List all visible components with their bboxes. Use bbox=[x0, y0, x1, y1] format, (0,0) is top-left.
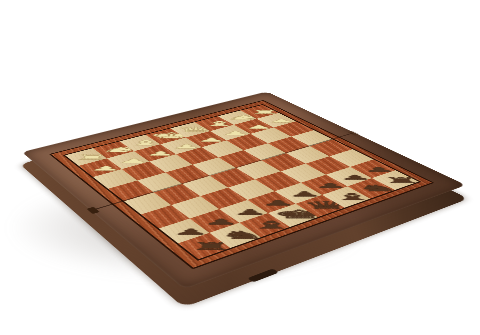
piece-white-rook: ♜ bbox=[251, 102, 279, 114]
hinge-notch-right bbox=[347, 131, 359, 136]
chess-set-photo: ♜♞♝♚♛♝♞♜♟♟♟♟♟♟♟♟♟♟♟♟♟♟♟♟♜♞♝♚♛♝♞♜ bbox=[0, 0, 480, 335]
